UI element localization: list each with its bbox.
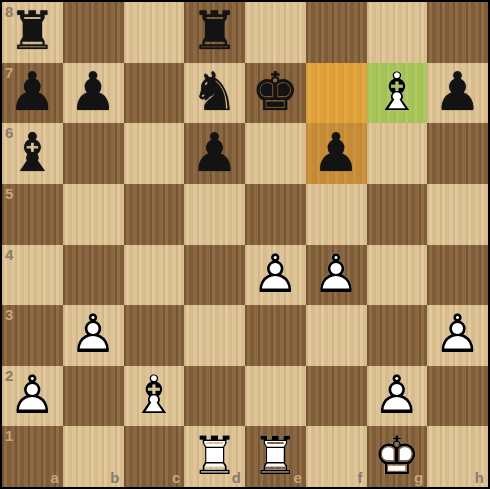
square-c7[interactable] [124, 63, 185, 124]
rank-label-8: 8 [5, 4, 13, 19]
file-label-h: h [475, 470, 484, 485]
square-f3[interactable] [306, 305, 367, 366]
square-f6[interactable]: ♟ [306, 123, 367, 184]
black-piece-glyph: ♚ [252, 65, 300, 118]
square-h3[interactable]: ♟♙ [427, 305, 488, 366]
square-e3[interactable] [245, 305, 306, 366]
square-e7[interactable]: ♚ [245, 63, 306, 124]
square-b2[interactable] [63, 366, 124, 427]
square-h5[interactable] [427, 184, 488, 245]
square-a4[interactable]: 4 [2, 245, 63, 306]
square-f2[interactable] [306, 366, 367, 427]
piece-black-knight[interactable]: ♞ [184, 63, 245, 124]
piece-black-pawn[interactable]: ♟ [306, 123, 367, 184]
square-b3[interactable]: ♟♙ [63, 305, 124, 366]
square-a2[interactable]: 2♟♙ [2, 366, 63, 427]
black-piece-glyph: ♟ [191, 125, 239, 178]
square-b5[interactable] [63, 184, 124, 245]
square-e1[interactable]: e♜♖ [245, 426, 306, 487]
square-h7[interactable]: ♟ [427, 63, 488, 124]
black-piece-glyph: ♟ [69, 65, 117, 118]
square-h6[interactable] [427, 123, 488, 184]
black-piece-glyph: ♟ [312, 125, 360, 178]
square-c3[interactable] [124, 305, 185, 366]
chess-board: 8♜♜7♟♟♞♚♝♗♟6♝♟♟54♟♙♟♙3♟♙♟♙2♟♙♝♗♟♙1abcd♜♖… [0, 0, 490, 489]
square-e4[interactable]: ♟♙ [245, 245, 306, 306]
square-b6[interactable] [63, 123, 124, 184]
white-piece-outline: ♙ [9, 368, 57, 421]
piece-white-pawn[interactable]: ♟♙ [427, 305, 488, 366]
square-f1[interactable]: f [306, 426, 367, 487]
square-b8[interactable] [63, 2, 124, 63]
white-piece-outline: ♗ [130, 368, 178, 421]
square-d6[interactable]: ♟ [184, 123, 245, 184]
square-g6[interactable] [367, 123, 428, 184]
rank-label-2: 2 [5, 368, 13, 383]
square-g1[interactable]: g♚♔ [367, 426, 428, 487]
white-piece-outline: ♙ [434, 307, 482, 360]
square-a7[interactable]: 7♟ [2, 63, 63, 124]
rank-label-5: 5 [5, 186, 13, 201]
black-piece-glyph: ♜ [191, 4, 239, 57]
square-h4[interactable] [427, 245, 488, 306]
square-b1[interactable]: b [63, 426, 124, 487]
square-d7[interactable]: ♞ [184, 63, 245, 124]
square-c5[interactable] [124, 184, 185, 245]
square-g7[interactable]: ♝♗ [367, 63, 428, 124]
white-piece-outline: ♙ [252, 247, 300, 300]
square-f8[interactable] [306, 2, 367, 63]
file-label-a: a [50, 470, 58, 485]
square-f7[interactable] [306, 63, 367, 124]
square-d2[interactable] [184, 366, 245, 427]
rank-label-4: 4 [5, 247, 13, 262]
rank-label-6: 6 [5, 125, 13, 140]
square-a6[interactable]: 6♝ [2, 123, 63, 184]
white-piece-outline: ♙ [373, 368, 421, 421]
square-f5[interactable] [306, 184, 367, 245]
file-label-d: d [232, 470, 241, 485]
piece-white-bishop[interactable]: ♝♗ [367, 63, 428, 124]
square-d5[interactable] [184, 184, 245, 245]
white-piece-outline: ♗ [373, 65, 421, 118]
square-h2[interactable] [427, 366, 488, 427]
square-d3[interactable] [184, 305, 245, 366]
white-piece-outline: ♖ [252, 429, 300, 482]
piece-white-pawn[interactable]: ♟♙ [63, 305, 124, 366]
square-g5[interactable] [367, 184, 428, 245]
square-a1[interactable]: 1a [2, 426, 63, 487]
square-c6[interactable] [124, 123, 185, 184]
piece-white-pawn[interactable]: ♟♙ [245, 245, 306, 306]
square-g2[interactable]: ♟♙ [367, 366, 428, 427]
square-c1[interactable]: c [124, 426, 185, 487]
white-piece-outline: ♙ [69, 307, 117, 360]
square-e2[interactable] [245, 366, 306, 427]
square-e5[interactable] [245, 184, 306, 245]
square-d8[interactable]: ♜ [184, 2, 245, 63]
rank-label-3: 3 [5, 307, 13, 322]
square-d4[interactable] [184, 245, 245, 306]
piece-white-pawn[interactable]: ♟♙ [367, 366, 428, 427]
piece-white-pawn[interactable]: ♟♙ [306, 245, 367, 306]
piece-black-rook[interactable]: ♜ [184, 2, 245, 63]
file-label-e: e [293, 470, 301, 485]
black-piece-glyph: ♟ [9, 65, 57, 118]
black-piece-glyph: ♜ [9, 4, 57, 57]
square-d1[interactable]: d♜♖ [184, 426, 245, 487]
piece-white-bishop[interactable]: ♝♗ [124, 366, 185, 427]
square-e8[interactable] [245, 2, 306, 63]
piece-black-pawn[interactable]: ♟ [63, 63, 124, 124]
file-label-c: c [172, 470, 180, 485]
square-c2[interactable]: ♝♗ [124, 366, 185, 427]
black-piece-glyph: ♞ [191, 65, 239, 118]
square-g3[interactable] [367, 305, 428, 366]
square-c4[interactable] [124, 245, 185, 306]
square-b7[interactable]: ♟ [63, 63, 124, 124]
rank-label-1: 1 [5, 428, 13, 443]
square-h1[interactable]: h [427, 426, 488, 487]
file-label-g: g [414, 470, 423, 485]
square-c8[interactable] [124, 2, 185, 63]
black-piece-glyph: ♟ [434, 65, 482, 118]
square-g4[interactable] [367, 245, 428, 306]
square-g8[interactable] [367, 2, 428, 63]
square-f4[interactable]: ♟♙ [306, 245, 367, 306]
square-h8[interactable] [427, 2, 488, 63]
square-e6[interactable] [245, 123, 306, 184]
black-piece-glyph: ♝ [9, 125, 57, 178]
square-b4[interactable] [63, 245, 124, 306]
board-grid: 8♜♜7♟♟♞♚♝♗♟6♝♟♟54♟♙♟♙3♟♙♟♙2♟♙♝♗♟♙1abcd♜♖… [2, 2, 488, 487]
rank-label-7: 7 [5, 65, 13, 80]
white-piece-outline: ♙ [312, 247, 360, 300]
square-a3[interactable]: 3 [2, 305, 63, 366]
piece-black-pawn[interactable]: ♟ [427, 63, 488, 124]
file-label-b: b [110, 470, 119, 485]
square-a5[interactable]: 5 [2, 184, 63, 245]
file-label-f: f [358, 470, 363, 485]
square-a8[interactable]: 8♜ [2, 2, 63, 63]
piece-black-king[interactable]: ♚ [245, 63, 306, 124]
piece-black-pawn[interactable]: ♟ [184, 123, 245, 184]
